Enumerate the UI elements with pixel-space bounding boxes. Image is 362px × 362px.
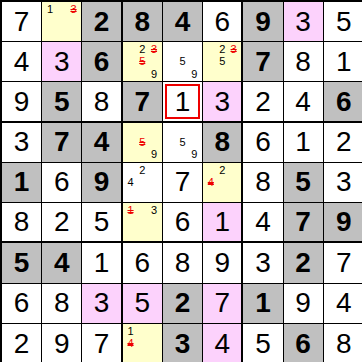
cell-r2c5[interactable]: 59 [163, 42, 203, 82]
solved-digit: 6 [214, 8, 230, 36]
cell-r8c8[interactable]: 9 [284, 284, 324, 324]
given-digit: 9 [255, 8, 271, 36]
cell-r3c5[interactable]: 1 [163, 82, 203, 122]
pencil-mark-1-crossed: 1 [125, 204, 137, 216]
given-digit: 2 [295, 249, 311, 277]
cell-r1c9[interactable]: 5 [324, 2, 362, 42]
cell-r9c5[interactable]: 3 [163, 324, 203, 362]
cell-r3c9[interactable]: 6 [324, 82, 362, 122]
cell-r9c6[interactable]: 4 [203, 324, 243, 362]
cell-r6c9[interactable]: 9 [324, 203, 362, 243]
pencil-mark-2: 2 [136, 43, 148, 55]
cell-r8c3[interactable]: 3 [82, 284, 122, 324]
cell-r2c4[interactable]: 2359 [123, 42, 163, 82]
cell-r2c3[interactable]: 6 [82, 42, 122, 82]
cell-r6c7[interactable]: 4 [243, 203, 283, 243]
pencil-mark-5: 5 [177, 136, 189, 148]
pencil-mark-5: 5 [177, 56, 189, 68]
pencil-mark-1: 1 [125, 325, 137, 338]
given-digit: 5 [295, 168, 311, 196]
solved-digit: 6 [255, 128, 271, 156]
solved-digit: 6 [134, 249, 150, 277]
cell-r2c9[interactable]: 1 [324, 42, 362, 82]
cell-r5c4[interactable]: 24 [123, 163, 163, 203]
cell-r8c1[interactable]: 6 [2, 284, 42, 324]
sudoku-board: 7132846935436235959235781958713246374595… [0, 0, 362, 362]
given-digit: 4 [175, 8, 191, 36]
given-digit: 6 [295, 330, 311, 358]
given-digit: 1 [255, 289, 271, 317]
solved-digit: 8 [94, 88, 110, 116]
cell-r7c4[interactable]: 6 [123, 243, 163, 283]
cell-r3c6[interactable]: 3 [203, 82, 243, 122]
cell-r7c8[interactable]: 2 [284, 243, 324, 283]
solved-digit: 8 [54, 289, 70, 317]
cell-r2c7[interactable]: 7 [243, 42, 283, 82]
pencil-mark-9: 9 [148, 148, 160, 160]
cell-r9c3[interactable]: 7 [82, 324, 122, 362]
solved-digit: 5 [94, 208, 110, 236]
solved-digit: 8 [175, 249, 191, 277]
cell-r4c1[interactable]: 3 [2, 123, 42, 163]
cell-r7c2[interactable]: 4 [42, 243, 82, 283]
cell-r7c9[interactable]: 7 [324, 243, 362, 283]
cell-r7c6[interactable]: 9 [203, 243, 243, 283]
given-digit: 4 [94, 128, 110, 156]
given-digit: 7 [295, 208, 311, 236]
pencil-grid: 14 [123, 324, 162, 362]
pencil-mark-9: 9 [188, 148, 200, 160]
cell-r7c1[interactable]: 5 [2, 243, 42, 283]
pencil-mark-4-crossed: 4 [125, 338, 137, 351]
solved-digit: 3 [295, 8, 311, 36]
cell-r1c3[interactable]: 2 [82, 2, 122, 42]
cell-r3c4[interactable]: 7 [123, 82, 163, 122]
pencil-mark-3-crossed: 3 [228, 43, 239, 55]
cell-r6c5[interactable]: 6 [163, 203, 203, 243]
solved-digit: 1 [336, 48, 352, 76]
cell-r6c1[interactable]: 8 [2, 203, 42, 243]
cell-r5c6[interactable]: 24 [203, 163, 243, 203]
pencil-grid: 235 [203, 42, 241, 81]
given-digit: 2 [94, 8, 110, 36]
pencil-mark-3-crossed: 3 [148, 43, 160, 55]
cell-r1c7[interactable]: 9 [243, 2, 283, 42]
pencil-mark-2: 2 [217, 164, 228, 176]
cell-r8c4[interactable]: 5 [123, 284, 163, 324]
pencil-mark-9: 9 [148, 68, 160, 80]
given-digit: 9 [336, 208, 352, 236]
cell-r6c6[interactable]: 1 [203, 203, 243, 243]
cell-r8c9[interactable]: 4 [324, 284, 362, 324]
solved-digit: 8 [255, 168, 271, 196]
cell-r1c5[interactable]: 4 [163, 2, 203, 42]
cell-r4c9[interactable]: 2 [324, 123, 362, 163]
cell-r5c1[interactable]: 1 [2, 163, 42, 203]
given-digit: 8 [214, 128, 230, 156]
solved-digit: 9 [14, 88, 30, 116]
cell-r3c2[interactable]: 5 [42, 82, 82, 122]
cell-r4c2[interactable]: 7 [42, 123, 82, 163]
cell-r2c6[interactable]: 235 [203, 42, 243, 82]
cell-r1c2[interactable]: 13 [42, 2, 82, 42]
solved-digit: 6 [175, 208, 191, 236]
cell-r5c3[interactable]: 9 [82, 163, 122, 203]
cell-r4c8[interactable]: 1 [284, 123, 324, 163]
cell-r1c6[interactable]: 6 [203, 2, 243, 42]
pencil-mark-4-crossed: 4 [205, 176, 216, 188]
given-digit: 6 [94, 48, 110, 76]
solved-digit: 7 [214, 289, 230, 317]
given-digit: 4 [54, 249, 70, 277]
solved-digit: 4 [214, 330, 230, 358]
cell-r1c8[interactable]: 3 [284, 2, 324, 42]
cell-r2c8[interactable]: 8 [284, 42, 324, 82]
cell-r9c9[interactable]: 8 [324, 324, 362, 362]
cell-r6c3[interactable]: 5 [82, 203, 122, 243]
pencil-grid: 24 [203, 163, 241, 202]
cell-r8c5[interactable]: 2 [163, 284, 203, 324]
solved-digit: 6 [14, 289, 30, 317]
solved-digit: 8 [295, 48, 311, 76]
solved-digit: 5 [255, 330, 271, 358]
cell-r3c1[interactable]: 9 [2, 82, 42, 122]
pencil-grid: 24 [123, 163, 162, 202]
solved-digit: 3 [14, 128, 30, 156]
solved-digit: 3 [54, 48, 70, 76]
solved-digit: 3 [94, 289, 110, 317]
cell-r9c2[interactable]: 9 [42, 324, 82, 362]
solved-digit: 3 [214, 88, 230, 116]
cell-r7c5[interactable]: 8 [163, 243, 203, 283]
pencil-grid: 59 [163, 123, 202, 162]
solved-digit: 1 [295, 128, 311, 156]
cell-r5c5[interactable]: 7 [163, 163, 203, 203]
given-digit: 6 [336, 88, 352, 116]
pencil-mark-2: 2 [217, 43, 228, 55]
solved-digit: 1 [175, 88, 191, 116]
cell-r9c7[interactable]: 5 [243, 324, 283, 362]
solved-digit: 6 [54, 168, 70, 196]
solved-digit: 5 [134, 289, 150, 317]
cell-r3c7[interactable]: 2 [243, 82, 283, 122]
pencil-mark-5-crossed: 5 [136, 56, 148, 68]
cell-r4c4[interactable]: 59 [123, 123, 163, 163]
solved-digit: 5 [336, 8, 352, 36]
cell-r2c1[interactable]: 4 [2, 42, 42, 82]
cell-r6c2[interactable]: 2 [42, 203, 82, 243]
given-digit: 7 [255, 48, 271, 76]
solved-digit: 8 [14, 208, 30, 236]
solved-digit: 9 [295, 289, 311, 317]
cell-r8c2[interactable]: 8 [42, 284, 82, 324]
solved-digit: 8 [336, 330, 352, 358]
cell-r2c2[interactable]: 3 [42, 42, 82, 82]
cell-r7c3[interactable]: 1 [82, 243, 122, 283]
cell-r4c7[interactable]: 6 [243, 123, 283, 163]
solved-digit: 9 [54, 330, 70, 358]
cell-r5c8[interactable]: 5 [284, 163, 324, 203]
given-digit: 9 [94, 168, 110, 196]
cell-r6c4[interactable]: 13 [123, 203, 163, 243]
solved-digit: 1 [94, 249, 110, 277]
given-digit: 8 [134, 8, 150, 36]
solved-digit: 4 [255, 208, 271, 236]
solved-digit: 4 [295, 88, 311, 116]
solved-digit: 2 [14, 330, 30, 358]
cell-r5c9[interactable]: 3 [324, 163, 362, 203]
pencil-grid: 13 [42, 2, 81, 41]
cell-r8c7[interactable]: 1 [243, 284, 283, 324]
cell-r3c3[interactable]: 8 [82, 82, 122, 122]
given-digit: 1 [14, 168, 30, 196]
solved-digit: 7 [336, 249, 352, 277]
solved-digit: 7 [94, 330, 110, 358]
solved-digit: 7 [14, 8, 30, 36]
cell-r4c6[interactable]: 8 [203, 123, 243, 163]
pencil-mark-3-crossed: 3 [68, 3, 80, 15]
solved-digit: 7 [175, 168, 191, 196]
cell-r8c6[interactable]: 7 [203, 284, 243, 324]
solved-digit: 9 [214, 249, 230, 277]
pencil-mark-3: 3 [148, 204, 160, 216]
cell-r4c5[interactable]: 59 [163, 123, 203, 163]
pencil-mark-5-crossed: 5 [136, 136, 148, 148]
cell-r4c3[interactable]: 4 [82, 123, 122, 163]
pencil-grid: 59 [163, 42, 202, 81]
solved-digit: 1 [214, 208, 230, 236]
given-digit: 5 [54, 88, 70, 116]
solved-digit: 3 [255, 249, 271, 277]
pencil-grid: 13 [123, 203, 162, 241]
cell-r5c2[interactable]: 6 [42, 163, 82, 203]
cell-r5c7[interactable]: 8 [243, 163, 283, 203]
cell-r7c7[interactable]: 3 [243, 243, 283, 283]
given-digit: 3 [175, 330, 191, 358]
cell-r1c4[interactable]: 8 [123, 2, 163, 42]
given-digit: 5 [14, 249, 30, 277]
pencil-mark-9: 9 [188, 68, 200, 80]
cell-r9c4[interactable]: 14 [123, 324, 163, 362]
given-digit: 7 [54, 128, 70, 156]
solved-digit: 3 [336, 168, 352, 196]
solved-digit: 2 [54, 208, 70, 236]
pencil-grid: 59 [123, 123, 162, 162]
pencil-mark-1: 1 [44, 3, 56, 15]
pencil-mark-5: 5 [217, 56, 228, 68]
cell-r3c8[interactable]: 4 [284, 82, 324, 122]
pencil-mark-2: 2 [136, 164, 148, 176]
cell-r9c8[interactable]: 6 [284, 324, 324, 362]
given-digit: 7 [134, 88, 150, 116]
solved-digit: 2 [336, 128, 352, 156]
solved-digit: 4 [14, 48, 30, 76]
pencil-grid: 2359 [123, 42, 162, 81]
given-digit: 2 [175, 289, 191, 317]
cell-r1c1[interactable]: 7 [2, 2, 42, 42]
cell-r9c1[interactable]: 2 [2, 324, 42, 362]
cell-r6c8[interactable]: 7 [284, 203, 324, 243]
solved-digit: 4 [336, 289, 352, 317]
pencil-mark-4: 4 [125, 176, 137, 188]
solved-digit: 2 [255, 88, 271, 116]
